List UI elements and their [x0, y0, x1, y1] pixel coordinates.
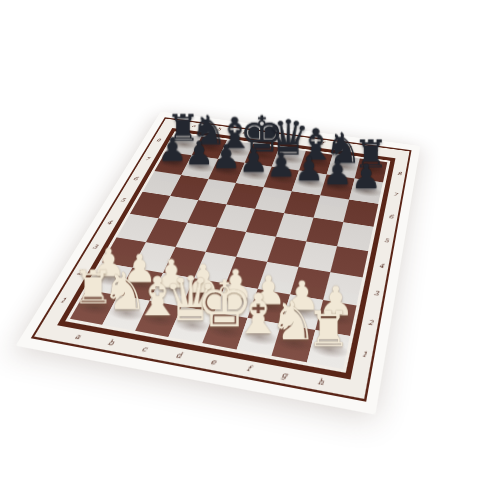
square-h1[interactable]: ♜	[307, 330, 350, 369]
product-photo-scene: abcdefgh abcdefgh 87654321 87654321 ♜♞♝♚…	[0, 0, 500, 500]
white-rook-h1[interactable]: ♜	[290, 306, 365, 353]
vinyl-chessboard-mat: abcdefgh abcdefgh 87654321 87654321 ♜♞♝♚…	[16, 112, 421, 415]
square-f5[interactable]	[276, 213, 314, 241]
square-h5[interactable]	[337, 222, 373, 251]
square-h7[interactable]: ♟	[349, 178, 383, 203]
board-border-band: abcdefgh abcdefgh 87654321 87654321 ♜♞♝♚…	[31, 117, 412, 401]
square-h6[interactable]	[343, 200, 378, 227]
black-pawn-h7[interactable]: ♟	[335, 161, 396, 193]
chessboard-grid: ♜♞♝♚♛♝♞♜♟♟♟♟♟♟♟♟♟♟♟♟♟♟♟♟♜♞♝♛♚♝♞♜	[70, 133, 387, 369]
square-d4[interactable]	[206, 227, 246, 256]
